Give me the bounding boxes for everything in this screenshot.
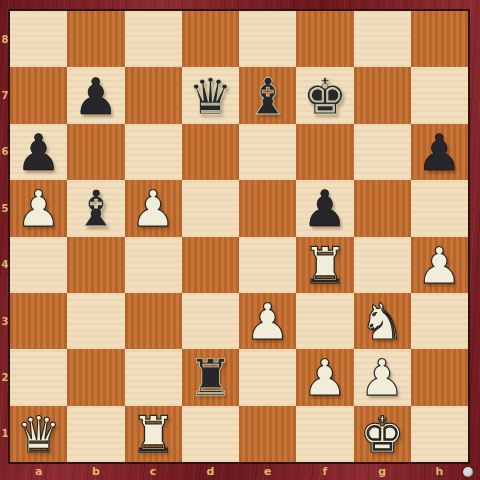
square-c7[interactable] <box>125 67 182 123</box>
file-label-d: d <box>182 462 239 480</box>
black-bishop-icon[interactable]: ♝ <box>245 72 290 122</box>
square-g4[interactable] <box>354 237 411 293</box>
square-b5[interactable]: ♝ <box>67 180 124 236</box>
rank-label-7: 7 <box>0 67 10 123</box>
square-b2[interactable] <box>67 349 124 405</box>
square-a2[interactable] <box>10 349 67 405</box>
square-f2[interactable]: ♟ <box>296 349 353 405</box>
square-d2[interactable]: ♜ <box>182 349 239 405</box>
square-c5[interactable]: ♟ <box>125 180 182 236</box>
square-c8[interactable] <box>125 11 182 67</box>
square-d4[interactable] <box>182 237 239 293</box>
square-a3[interactable] <box>10 293 67 349</box>
black-pawn-icon[interactable]: ♟ <box>302 184 347 234</box>
file-label-c: c <box>125 462 182 480</box>
white-rook-icon[interactable]: ♜ <box>302 241 347 291</box>
rank-label-8: 8 <box>0 11 10 67</box>
file-label-b: b <box>67 462 124 480</box>
white-pawn-icon[interactable]: ♟ <box>417 241 462 291</box>
square-h1[interactable] <box>411 406 468 462</box>
square-f7[interactable]: ♚ <box>296 67 353 123</box>
square-b8[interactable] <box>67 11 124 67</box>
square-h4[interactable]: ♟ <box>411 237 468 293</box>
square-f3[interactable] <box>296 293 353 349</box>
square-f5[interactable]: ♟ <box>296 180 353 236</box>
rank-labels: 87654321 <box>0 11 10 462</box>
chess-board: ♟♛♝♚♟♟♟♝♟♟♜♟♟♞♜♟♟♛♜♚ <box>10 11 468 462</box>
square-e5[interactable] <box>239 180 296 236</box>
rank-label-3: 3 <box>0 293 10 349</box>
rank-label-5: 5 <box>0 180 10 236</box>
black-pawn-icon[interactable]: ♟ <box>16 128 61 178</box>
side-to-move-indicator <box>463 467 473 477</box>
square-d8[interactable] <box>182 11 239 67</box>
square-g7[interactable] <box>354 67 411 123</box>
square-e6[interactable] <box>239 124 296 180</box>
square-c6[interactable] <box>125 124 182 180</box>
black-rook-icon[interactable]: ♜ <box>188 353 233 403</box>
square-a5[interactable]: ♟ <box>10 180 67 236</box>
square-d7[interactable]: ♛ <box>182 67 239 123</box>
square-b7[interactable]: ♟ <box>67 67 124 123</box>
square-h2[interactable] <box>411 349 468 405</box>
square-f8[interactable] <box>296 11 353 67</box>
rank-label-6: 6 <box>0 124 10 180</box>
white-rook-icon[interactable]: ♜ <box>131 410 176 460</box>
white-pawn-icon[interactable]: ♟ <box>245 297 290 347</box>
square-a8[interactable] <box>10 11 67 67</box>
square-g3[interactable]: ♞ <box>354 293 411 349</box>
square-b3[interactable] <box>67 293 124 349</box>
white-king-icon[interactable]: ♚ <box>360 410 405 460</box>
square-h6[interactable]: ♟ <box>411 124 468 180</box>
square-e2[interactable] <box>239 349 296 405</box>
square-c2[interactable] <box>125 349 182 405</box>
square-g5[interactable] <box>354 180 411 236</box>
rank-label-4: 4 <box>0 237 10 293</box>
square-b6[interactable] <box>67 124 124 180</box>
black-bishop-icon[interactable]: ♝ <box>73 184 118 234</box>
white-pawn-icon[interactable]: ♟ <box>302 353 347 403</box>
square-b4[interactable] <box>67 237 124 293</box>
file-label-e: e <box>239 462 296 480</box>
square-d6[interactable] <box>182 124 239 180</box>
square-e3[interactable]: ♟ <box>239 293 296 349</box>
white-queen-icon[interactable]: ♛ <box>16 410 61 460</box>
black-pawn-icon[interactable]: ♟ <box>417 128 462 178</box>
white-knight-icon[interactable]: ♞ <box>360 297 405 347</box>
file-label-g: g <box>354 462 411 480</box>
square-f6[interactable] <box>296 124 353 180</box>
square-h5[interactable] <box>411 180 468 236</box>
white-pawn-icon[interactable]: ♟ <box>16 184 61 234</box>
square-e1[interactable] <box>239 406 296 462</box>
black-pawn-icon[interactable]: ♟ <box>73 72 118 122</box>
square-h8[interactable] <box>411 11 468 67</box>
square-d1[interactable] <box>182 406 239 462</box>
square-b1[interactable] <box>67 406 124 462</box>
square-d3[interactable] <box>182 293 239 349</box>
square-c3[interactable] <box>125 293 182 349</box>
square-g2[interactable]: ♟ <box>354 349 411 405</box>
square-g6[interactable] <box>354 124 411 180</box>
square-h3[interactable] <box>411 293 468 349</box>
square-a7[interactable] <box>10 67 67 123</box>
rank-label-1: 1 <box>0 406 10 462</box>
square-h7[interactable] <box>411 67 468 123</box>
file-label-a: a <box>10 462 67 480</box>
rank-label-2: 2 <box>0 349 10 405</box>
square-c1[interactable]: ♜ <box>125 406 182 462</box>
board-frame: ♟♛♝♚♟♟♟♝♟♟♜♟♟♞♜♟♟♛♜♚ 87654321 abcdefgh <box>0 0 480 480</box>
file-labels: abcdefgh <box>10 462 468 480</box>
square-c4[interactable] <box>125 237 182 293</box>
black-king-icon[interactable]: ♚ <box>302 72 347 122</box>
white-pawn-icon[interactable]: ♟ <box>131 184 176 234</box>
square-f4[interactable]: ♜ <box>296 237 353 293</box>
file-label-f: f <box>296 462 353 480</box>
square-a4[interactable] <box>10 237 67 293</box>
white-pawn-icon[interactable]: ♟ <box>360 353 405 403</box>
square-g1[interactable]: ♚ <box>354 406 411 462</box>
square-a1[interactable]: ♛ <box>10 406 67 462</box>
file-label-h: h <box>411 462 468 480</box>
square-f1[interactable] <box>296 406 353 462</box>
square-e7[interactable]: ♝ <box>239 67 296 123</box>
square-e8[interactable] <box>239 11 296 67</box>
square-d5[interactable] <box>182 180 239 236</box>
square-a6[interactable]: ♟ <box>10 124 67 180</box>
square-g8[interactable] <box>354 11 411 67</box>
square-e4[interactable] <box>239 237 296 293</box>
black-queen-icon[interactable]: ♛ <box>188 72 233 122</box>
